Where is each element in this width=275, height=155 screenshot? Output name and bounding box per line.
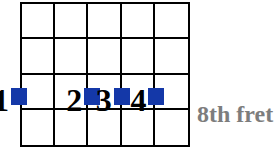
grid-cell [22, 110, 55, 145]
grid-cell [122, 4, 155, 39]
fret-position-label: 8th fret [197, 104, 273, 124]
grid-cell [88, 39, 121, 74]
grid-cell [88, 110, 121, 145]
grid-cell [122, 75, 155, 110]
guitar-chord-diagram: 1234 8th fret [0, 0, 275, 155]
finger-number-label: 1 [0, 87, 9, 113]
grid-cell [55, 4, 88, 39]
fretboard-grid [20, 2, 190, 147]
grid-cell [55, 110, 88, 145]
grid-cell [155, 39, 188, 74]
grid-cell [55, 39, 88, 74]
grid-cell [88, 75, 121, 110]
grid-cell [122, 39, 155, 74]
grid-cell [88, 4, 121, 39]
grid-cell [155, 110, 188, 145]
grid-cell [122, 110, 155, 145]
grid-cell [55, 75, 88, 110]
grid-cell [155, 75, 188, 110]
grid-cell [22, 75, 55, 110]
grid-cell [155, 4, 188, 39]
grid-cell [22, 39, 55, 74]
grid-cell [22, 4, 55, 39]
